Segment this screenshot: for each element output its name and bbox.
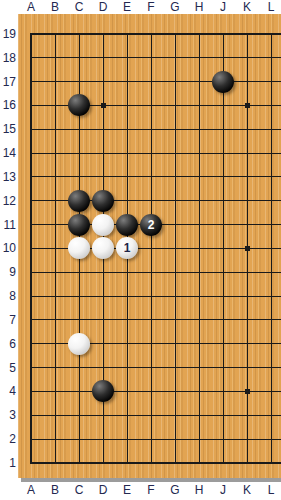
coordinate-label-left: 4 [0, 384, 16, 398]
black-stone[interactable] [116, 214, 138, 236]
grid-line-horizontal [30, 176, 281, 177]
coordinate-label-top: G [170, 0, 179, 14]
grid-line-horizontal [30, 415, 281, 416]
coordinate-label-left: 11 [0, 218, 16, 232]
coordinate-label-left: 16 [0, 98, 16, 112]
coordinate-label-top: B [51, 0, 59, 14]
grid-line-horizontal [30, 462, 281, 464]
black-stone[interactable] [68, 214, 90, 236]
coordinate-label-bottom: E [123, 483, 131, 497]
coordinate-label-top: L [268, 0, 275, 14]
coordinate-label-bottom: C [75, 483, 84, 497]
grid-line-horizontal [30, 57, 281, 58]
star-point [245, 246, 250, 251]
grid-line-horizontal [30, 439, 281, 440]
grid-line-horizontal [30, 391, 281, 392]
board-drop-shadow [21, 478, 281, 482]
coordinate-label-bottom: F [147, 483, 154, 497]
grid-line-horizontal [30, 367, 281, 368]
coordinate-label-left: 9 [0, 265, 16, 279]
coordinate-label-left: 14 [0, 146, 16, 160]
coordinate-label-left: 18 [0, 51, 16, 65]
black-stone[interactable] [92, 190, 114, 212]
coordinate-label-left: 19 [0, 27, 16, 41]
move-number-label: 2 [148, 218, 155, 232]
coordinate-label-bottom: J [220, 483, 226, 497]
white-stone[interactable] [68, 333, 90, 355]
grid-line-horizontal [30, 153, 281, 154]
coordinate-label-bottom: H [195, 483, 204, 497]
black-stone[interactable] [212, 71, 234, 93]
grid-line-horizontal [30, 81, 281, 82]
go-board-diagram: ABCDEFGHJKLABCDEFGHJKL191817161514131211… [0, 0, 281, 500]
go-board[interactable] [18, 14, 281, 478]
coordinate-label-bottom: L [268, 483, 275, 497]
coordinate-label-top: C [75, 0, 84, 14]
star-point [245, 389, 250, 394]
coordinate-label-left: 12 [0, 194, 16, 208]
grid-line-horizontal [30, 129, 281, 130]
coordinate-label-left: 1 [0, 456, 16, 470]
coordinate-label-top: F [147, 0, 154, 14]
coordinate-label-bottom: B [51, 483, 59, 497]
grid-line-horizontal [30, 272, 281, 273]
coordinate-label-left: 6 [0, 337, 16, 351]
coordinate-label-left: 15 [0, 122, 16, 136]
star-point [101, 103, 106, 108]
coordinate-label-bottom: A [27, 483, 35, 497]
coordinate-label-bottom: G [170, 483, 179, 497]
coordinate-label-top: D [99, 0, 108, 14]
coordinate-label-top: E [123, 0, 131, 14]
coordinate-label-left: 17 [0, 75, 16, 89]
coordinate-label-top: J [220, 0, 226, 14]
coordinate-label-left: 3 [0, 408, 16, 422]
coordinate-label-left: 2 [0, 432, 16, 446]
coordinate-label-top: K [243, 0, 251, 14]
coordinate-label-left: 7 [0, 313, 16, 327]
black-stone[interactable]: 2 [140, 214, 162, 236]
move-number-label: 1 [124, 241, 131, 255]
grid-line-horizontal [30, 296, 281, 297]
white-stone[interactable] [92, 214, 114, 236]
grid-line-horizontal [30, 319, 281, 320]
black-stone[interactable] [68, 190, 90, 212]
coordinate-label-bottom: K [243, 483, 251, 497]
coordinate-label-left: 13 [0, 170, 16, 184]
coordinate-label-left: 8 [0, 289, 16, 303]
coordinate-label-top: H [195, 0, 204, 14]
coordinate-label-left: 10 [0, 241, 16, 255]
coordinate-label-left: 5 [0, 361, 16, 375]
star-point [245, 103, 250, 108]
grid-line-horizontal [30, 33, 281, 35]
coordinate-label-bottom: D [99, 483, 108, 497]
coordinate-label-top: A [27, 0, 35, 14]
